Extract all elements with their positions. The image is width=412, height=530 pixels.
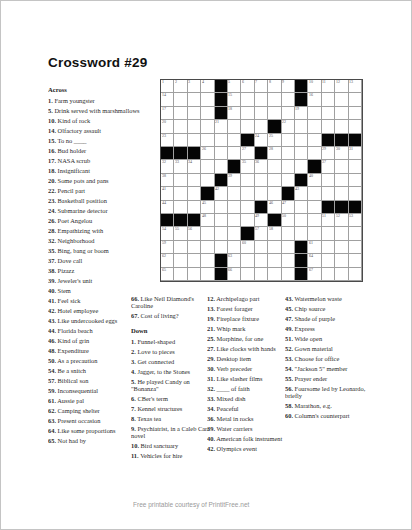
clue-column-1: Across 1. Farm youngster5. Drink served … <box>48 86 141 448</box>
clue-number: 51. <box>285 335 293 342</box>
cell-number: 57 <box>255 227 259 231</box>
white-cell[interactable] <box>308 201 321 214</box>
clue-number: 62. <box>48 408 56 415</box>
white-cell[interactable] <box>268 160 281 173</box>
white-cell[interactable] <box>215 201 228 214</box>
white-cell[interactable] <box>255 187 268 200</box>
white-cell[interactable] <box>322 93 335 106</box>
clue-column-4: 43. Watermelon waste45. Chip source47. S… <box>285 295 373 422</box>
white-cell[interactable] <box>268 93 281 106</box>
cell-number: 23 <box>162 134 166 138</box>
white-cell[interactable]: 57 <box>255 227 268 240</box>
clue: 16. Bud holder <box>48 148 141 155</box>
white-cell[interactable]: 24 <box>255 134 268 147</box>
white-cell[interactable]: 37 <box>322 160 335 173</box>
cell-number: 14 <box>162 93 166 97</box>
block-cell <box>188 214 201 227</box>
white-cell[interactable] <box>282 147 295 160</box>
white-cell[interactable] <box>335 93 348 106</box>
clue: 27. Like clocks with hands <box>207 345 285 352</box>
clue: 55. Prayer ender <box>285 375 373 382</box>
white-cell[interactable] <box>174 107 187 120</box>
cell-number: 47 <box>282 201 286 205</box>
clue: 5. He played Candy on "Bonanza" <box>131 378 211 393</box>
white-cell[interactable] <box>335 160 348 173</box>
clue: 62. Camping shelter <box>48 408 141 415</box>
clue: 23. Basketball position <box>48 198 141 205</box>
white-cell[interactable] <box>335 268 348 281</box>
down-header: Down <box>131 326 211 334</box>
clue-number: 36. <box>207 415 215 422</box>
cell-number: 22 <box>282 120 286 124</box>
block-cell <box>188 147 201 160</box>
white-cell[interactable] <box>295 120 308 133</box>
clue: 15. To no ____ <box>48 138 141 145</box>
block-cell <box>295 268 308 281</box>
white-cell[interactable]: 23 <box>161 134 174 147</box>
block-cell <box>215 107 228 120</box>
clue-number: 43. <box>48 318 56 325</box>
clue-number: 5. <box>48 108 53 115</box>
white-cell[interactable] <box>335 107 348 120</box>
white-cell[interactable] <box>215 160 228 173</box>
cell-number: 4 <box>202 80 204 84</box>
white-cell[interactable]: 26 <box>201 147 214 160</box>
white-cell[interactable] <box>322 120 335 133</box>
block-cell <box>335 134 348 147</box>
white-cell[interactable] <box>188 120 201 133</box>
page-title: Crossword #29 <box>48 55 147 70</box>
white-cell[interactable] <box>188 254 201 267</box>
white-cell[interactable] <box>295 160 308 173</box>
white-cell[interactable] <box>255 120 268 133</box>
cell-number: 15 <box>228 93 232 97</box>
white-cell[interactable] <box>201 254 214 267</box>
block-cell <box>282 187 295 200</box>
clue-number: 42. <box>207 445 215 452</box>
white-cell[interactable]: 15 <box>228 93 241 106</box>
white-cell[interactable]: 18 <box>228 107 241 120</box>
white-cell[interactable] <box>308 120 321 133</box>
white-cell[interactable]: 40 <box>308 174 321 187</box>
white-cell[interactable]: 63 <box>228 254 241 267</box>
clue: 67. Cost of living? <box>131 312 211 319</box>
block-cell <box>295 254 308 267</box>
white-cell[interactable]: 45 <box>201 201 214 214</box>
white-cell[interactable]: 55 <box>174 227 187 240</box>
white-cell[interactable] <box>201 93 214 106</box>
white-cell[interactable] <box>349 187 362 200</box>
cell-number: 35 <box>242 160 246 164</box>
white-cell[interactable] <box>282 93 295 106</box>
white-cell[interactable] <box>349 93 362 106</box>
white-cell[interactable] <box>228 120 241 133</box>
white-cell[interactable] <box>188 107 201 120</box>
white-cell[interactable] <box>268 254 281 267</box>
white-cell[interactable] <box>295 147 308 160</box>
cell-number: 50 <box>282 214 286 218</box>
cell-number: 26 <box>202 147 206 151</box>
clue-number: 29. <box>207 355 215 362</box>
white-cell[interactable] <box>201 174 214 187</box>
clue-number: 30. <box>207 365 215 372</box>
white-cell[interactable]: 28 <box>268 147 281 160</box>
white-cell[interactable] <box>295 214 308 227</box>
white-cell[interactable] <box>268 241 281 254</box>
white-cell[interactable] <box>241 254 254 267</box>
white-cell[interactable]: 46 <box>268 201 281 214</box>
cell-number: 38 <box>162 174 166 178</box>
white-cell[interactable] <box>295 134 308 147</box>
white-cell[interactable]: 53 <box>349 214 362 227</box>
white-cell[interactable]: 6 <box>241 80 254 93</box>
white-cell[interactable] <box>228 147 241 160</box>
white-cell[interactable] <box>241 201 254 214</box>
white-cell[interactable]: 5 <box>228 80 241 93</box>
white-cell[interactable] <box>188 201 201 214</box>
clue-number: 31. <box>207 375 215 382</box>
clue-number: 25. <box>207 335 215 342</box>
clue: 20. Some pots and pans <box>48 178 141 185</box>
clue-number: 1. <box>48 98 53 105</box>
white-cell[interactable] <box>349 227 362 240</box>
white-cell[interactable] <box>201 160 214 173</box>
white-cell[interactable] <box>268 107 281 120</box>
cell-number: 42 <box>215 187 219 191</box>
white-cell[interactable] <box>241 93 254 106</box>
white-cell[interactable]: 29 <box>322 147 335 160</box>
white-cell[interactable]: 41 <box>161 187 174 200</box>
white-cell[interactable] <box>255 174 268 187</box>
white-cell[interactable] <box>335 187 348 200</box>
block-cell <box>268 120 281 133</box>
white-cell[interactable] <box>215 134 228 147</box>
clue: 58. Marathon, e.g. <box>285 402 373 409</box>
white-cell[interactable] <box>174 241 187 254</box>
white-cell[interactable]: 66 <box>228 268 241 281</box>
white-cell[interactable] <box>215 227 228 240</box>
white-cell[interactable]: 30 <box>335 147 348 160</box>
clue: 66. Like Neil Diamond's Caroline <box>131 295 211 310</box>
white-cell[interactable]: 3 <box>188 80 201 93</box>
clue: 60. Column's counterpart <box>285 412 373 419</box>
white-cell[interactable] <box>174 201 187 214</box>
white-cell[interactable]: 2 <box>174 80 187 93</box>
white-cell[interactable] <box>308 107 321 120</box>
printable-page: Crossword #29 12345678910111213141516171… <box>0 0 412 530</box>
clue: 65. Not had by <box>48 438 141 445</box>
white-cell[interactable] <box>201 268 214 281</box>
white-cell[interactable] <box>282 254 295 267</box>
block-cell <box>161 147 174 160</box>
white-cell[interactable] <box>215 241 228 254</box>
white-cell[interactable]: 42 <box>215 187 228 200</box>
white-cell[interactable] <box>255 254 268 267</box>
cell-number: 58 <box>269 227 273 231</box>
white-cell[interactable] <box>282 107 295 120</box>
across-clues-col2: 66. Like Neil Diamond's Caroline67. Cost… <box>131 295 211 320</box>
block-cell <box>201 187 214 200</box>
cell-number: 27 <box>242 147 246 151</box>
white-cell[interactable]: 44 <box>161 201 174 214</box>
clue: 11. Vehicles for hire <box>131 452 211 459</box>
white-cell[interactable] <box>322 187 335 200</box>
white-cell[interactable] <box>215 214 228 227</box>
white-cell[interactable]: 67 <box>308 268 321 281</box>
white-cell[interactable] <box>335 254 348 267</box>
white-cell[interactable] <box>188 174 201 187</box>
white-cell[interactable] <box>201 120 214 133</box>
white-cell[interactable] <box>241 107 254 120</box>
white-cell[interactable]: 35 <box>241 160 254 173</box>
clue-number: 38. <box>48 268 56 275</box>
white-cell[interactable] <box>255 93 268 106</box>
white-cell[interactable] <box>201 134 214 147</box>
clue: 35. Bing, bang or boom <box>48 248 141 255</box>
clue: 40. Stem <box>48 288 141 295</box>
white-cell[interactable] <box>349 107 362 120</box>
clue-number: 8. <box>131 415 136 422</box>
white-cell[interactable]: 65 <box>161 268 174 281</box>
clue-number: 53. <box>285 355 293 362</box>
white-cell[interactable] <box>174 134 187 147</box>
clue-number: 10. <box>48 118 56 125</box>
cell-number: 21 <box>215 120 219 124</box>
white-cell[interactable] <box>295 201 308 214</box>
white-cell[interactable] <box>174 268 187 281</box>
white-cell[interactable] <box>255 268 268 281</box>
clue: 9. Psychiatrist, in a Caleb Carr novel <box>131 425 211 440</box>
white-cell[interactable]: 43 <box>295 187 308 200</box>
clue: 2. Love to pieces <box>131 348 211 355</box>
white-cell[interactable]: 33 <box>174 160 187 173</box>
white-cell[interactable]: 20 <box>161 120 174 133</box>
white-cell[interactable]: 49 <box>255 214 268 227</box>
clue-number: 46. <box>48 338 56 345</box>
clue: 38. Pizazz <box>48 268 141 275</box>
cell-number: 61 <box>309 241 313 245</box>
white-cell[interactable] <box>349 254 362 267</box>
white-cell[interactable]: 14 <box>161 93 174 106</box>
white-cell[interactable]: 8 <box>268 80 281 93</box>
white-cell[interactable] <box>349 160 362 173</box>
white-cell[interactable] <box>228 241 241 254</box>
white-cell[interactable]: 22 <box>282 120 295 133</box>
clue: 59. Inconsequential <box>48 388 141 395</box>
clue-number: 63. <box>48 418 56 425</box>
white-cell[interactable]: 50 <box>282 214 295 227</box>
white-cell[interactable]: 54 <box>161 227 174 240</box>
white-cell[interactable]: 34 <box>188 160 201 173</box>
white-cell[interactable] <box>335 174 348 187</box>
clue: 36. Metal in rocks <box>207 415 285 422</box>
white-cell[interactable] <box>335 241 348 254</box>
white-cell[interactable] <box>282 160 295 173</box>
clue: 1. Funnel-shaped <box>131 338 211 345</box>
clue-number: 57. <box>48 378 56 385</box>
clue: 17. NASA scrub <box>48 158 141 165</box>
white-cell[interactable]: 1 <box>161 80 174 93</box>
block-cell <box>174 214 187 227</box>
block-cell <box>322 201 335 214</box>
clue-number: 44. <box>48 328 56 335</box>
clue: 42. Hotel employee <box>48 308 141 315</box>
white-cell[interactable] <box>174 174 187 187</box>
white-cell[interactable]: 9 <box>282 80 295 93</box>
white-cell[interactable]: 60 <box>241 241 254 254</box>
white-cell[interactable]: 62 <box>161 254 174 267</box>
white-cell[interactable]: 11 <box>322 80 335 93</box>
block-cell <box>295 174 308 187</box>
white-cell[interactable]: 38 <box>161 174 174 187</box>
white-cell[interactable]: 48 <box>201 214 214 227</box>
white-cell[interactable]: 16 <box>308 93 321 106</box>
clue-number: 19. <box>207 315 215 322</box>
white-cell[interactable] <box>268 174 281 187</box>
clue-number: 42. <box>48 308 56 315</box>
white-cell[interactable]: 58 <box>268 227 281 240</box>
white-cell[interactable]: 7 <box>255 80 268 93</box>
cell-number: 10 <box>309 80 313 84</box>
white-cell[interactable]: 31 <box>349 147 362 160</box>
clue: 14. Olfactory assault <box>48 128 141 135</box>
white-cell[interactable] <box>255 107 268 120</box>
white-cell[interactable] <box>322 268 335 281</box>
white-cell[interactable]: 47 <box>282 201 295 214</box>
white-cell[interactable] <box>282 227 295 240</box>
clue: 41. Feel sick <box>48 298 141 305</box>
white-cell[interactable] <box>228 187 241 200</box>
white-cell[interactable] <box>201 241 214 254</box>
clue-number: 37. <box>48 258 56 265</box>
white-cell[interactable] <box>322 227 335 240</box>
white-cell[interactable] <box>282 268 295 281</box>
white-cell[interactable] <box>349 268 362 281</box>
white-cell[interactable]: 13 <box>349 80 362 93</box>
clue-number: 21. <box>207 325 215 332</box>
white-cell[interactable]: 19 <box>295 107 308 120</box>
white-cell[interactable] <box>322 254 335 267</box>
white-cell[interactable] <box>174 254 187 267</box>
white-cell[interactable]: 25 <box>268 134 281 147</box>
clue-number: 54. <box>48 368 56 375</box>
white-cell[interactable] <box>241 268 254 281</box>
white-cell[interactable]: 27 <box>241 147 254 160</box>
white-cell[interactable] <box>308 214 321 227</box>
cell-number: 64 <box>309 254 313 258</box>
white-cell[interactable] <box>174 120 187 133</box>
white-cell[interactable] <box>241 174 254 187</box>
white-cell[interactable] <box>295 227 308 240</box>
white-cell[interactable] <box>322 174 335 187</box>
cell-number: 62 <box>162 254 166 258</box>
clue-number: 50. <box>48 358 56 365</box>
white-cell[interactable] <box>308 227 321 240</box>
cell-number: 6 <box>242 80 244 84</box>
white-cell[interactable] <box>188 187 201 200</box>
white-cell[interactable] <box>241 120 254 133</box>
white-cell[interactable]: 21 <box>215 120 228 133</box>
white-cell[interactable] <box>268 268 281 281</box>
white-cell[interactable]: 56 <box>188 227 201 240</box>
white-cell[interactable] <box>335 227 348 240</box>
white-cell[interactable] <box>349 174 362 187</box>
cell-number: 29 <box>322 147 326 151</box>
cell-number: 51 <box>322 214 326 218</box>
clue: 39. Jeweler's unit <box>48 278 141 285</box>
clue: 29. Desktop item <box>207 355 285 362</box>
white-cell[interactable]: 36 <box>255 160 268 173</box>
white-cell[interactable]: 10 <box>308 80 321 93</box>
white-cell[interactable] <box>201 227 214 240</box>
cell-number: 59 <box>162 241 166 245</box>
clue: 51. Wide open <box>285 335 373 342</box>
white-cell[interactable] <box>215 147 228 160</box>
cell-number: 18 <box>228 107 232 111</box>
white-cell[interactable] <box>268 187 281 200</box>
white-cell[interactable]: 51 <box>322 214 335 227</box>
white-cell[interactable] <box>349 120 362 133</box>
white-cell[interactable] <box>282 241 295 254</box>
white-cell[interactable]: 64 <box>308 254 321 267</box>
clue-number: 47. <box>285 315 293 322</box>
white-cell[interactable]: 17 <box>161 107 174 120</box>
clue-number: 35. <box>48 248 56 255</box>
white-cell[interactable] <box>174 93 187 106</box>
clue: 13. Forest forager <box>207 305 285 312</box>
white-cell[interactable]: 32 <box>161 160 174 173</box>
white-cell[interactable] <box>188 134 201 147</box>
white-cell[interactable] <box>282 134 295 147</box>
white-cell[interactable]: 61 <box>308 241 321 254</box>
white-cell[interactable] <box>335 120 348 133</box>
white-cell[interactable] <box>349 241 362 254</box>
white-cell[interactable]: 39 <box>228 174 241 187</box>
white-cell[interactable] <box>308 147 321 160</box>
cell-number: 49 <box>255 214 259 218</box>
white-cell[interactable] <box>228 201 241 214</box>
white-cell[interactable] <box>228 134 241 147</box>
white-cell[interactable] <box>188 93 201 106</box>
white-cell[interactable] <box>322 107 335 120</box>
white-cell[interactable] <box>228 214 241 227</box>
white-cell[interactable] <box>201 107 214 120</box>
white-cell[interactable] <box>228 227 241 240</box>
white-cell[interactable] <box>255 241 268 254</box>
clue: 4. Jagger, to the Stones <box>131 368 211 375</box>
white-cell[interactable] <box>308 187 321 200</box>
white-cell[interactable] <box>322 241 335 254</box>
white-cell[interactable] <box>188 241 201 254</box>
white-cell[interactable] <box>308 134 321 147</box>
white-cell[interactable] <box>174 187 187 200</box>
white-cell[interactable] <box>241 214 254 227</box>
white-cell[interactable]: 4 <box>201 80 214 93</box>
white-cell[interactable] <box>282 174 295 187</box>
clue: 50. As a precaution <box>48 358 141 365</box>
clue: 5. Drink served with marshmallows <box>48 108 141 115</box>
cell-number: 48 <box>202 214 206 218</box>
clue-number: 56. <box>285 385 293 392</box>
clue-number: 6. <box>131 395 136 402</box>
white-cell[interactable]: 12 <box>335 80 348 93</box>
clue: 53. Choose for office <box>285 355 373 362</box>
white-cell[interactable] <box>188 268 201 281</box>
cell-number: 13 <box>349 80 353 84</box>
white-cell[interactable]: 52 <box>335 214 348 227</box>
white-cell[interactable] <box>241 187 254 200</box>
white-cell[interactable]: 59 <box>161 241 174 254</box>
